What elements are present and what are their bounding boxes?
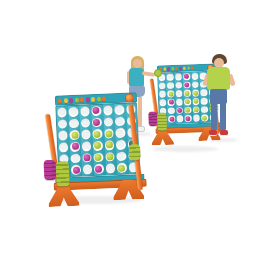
hole-rim	[191, 73, 198, 80]
board-cell	[91, 116, 103, 128]
hole-rim	[116, 140, 126, 150]
board-cell	[102, 116, 114, 128]
hole-rim	[184, 90, 191, 97]
decor-letter-icon	[187, 66, 190, 70]
board-cell	[183, 97, 192, 106]
hole-rim	[104, 129, 114, 139]
magenta-ring-stack	[44, 160, 57, 181]
hole-rim	[168, 99, 175, 106]
decor-letter-icon	[63, 98, 67, 103]
empty-hole	[60, 144, 67, 151]
empty-hole	[117, 141, 124, 148]
magenta-disc	[93, 119, 100, 126]
hole-rim	[193, 106, 200, 113]
boy-jeans	[210, 89, 227, 104]
board-cell	[103, 127, 115, 139]
magenta-disc	[184, 74, 189, 79]
board-cell	[176, 114, 185, 123]
empty-hole	[82, 119, 89, 126]
board-cell	[69, 129, 81, 141]
hole-rim	[69, 107, 79, 117]
hole-rim	[168, 116, 175, 123]
hole-rim	[92, 117, 102, 127]
hole-rim	[185, 115, 192, 122]
hole-rim	[70, 142, 80, 152]
empty-hole	[117, 129, 124, 136]
hole-rim	[115, 116, 125, 126]
hole-rim	[167, 74, 174, 81]
empty-hole	[177, 116, 182, 121]
decor-letter-icon	[191, 66, 194, 70]
board-cell	[79, 105, 91, 117]
decor-letter-icon	[80, 97, 84, 102]
green-disc	[105, 130, 112, 137]
green-disc	[193, 99, 198, 104]
board-cell	[104, 151, 116, 163]
green-disc	[194, 107, 199, 112]
board-cell	[166, 73, 175, 82]
hole-rim	[58, 119, 68, 129]
empty-hole	[176, 74, 181, 79]
board-cell	[167, 106, 176, 115]
hole-rim	[105, 164, 115, 174]
decor-letter-icon	[175, 67, 178, 71]
board-cell	[58, 141, 70, 153]
boy-shirt	[207, 67, 230, 90]
board-cell	[175, 98, 184, 107]
magenta-disc	[93, 107, 100, 114]
hole-rim	[192, 81, 199, 88]
empty-hole	[81, 108, 88, 115]
girl-head	[133, 59, 142, 68]
hole-rim	[103, 105, 113, 115]
board-cell	[57, 118, 69, 130]
board-cell	[191, 89, 200, 98]
hole-rim	[69, 118, 79, 128]
boy-shoe	[220, 130, 228, 136]
board-cell	[80, 117, 92, 129]
green-disc	[95, 154, 102, 161]
green-disc	[193, 90, 198, 95]
hole-rim	[168, 107, 175, 114]
board-cell	[103, 139, 115, 151]
decor-letter-icon	[102, 96, 106, 101]
green-disc	[185, 107, 190, 112]
empty-hole	[168, 75, 173, 80]
magenta-disc	[169, 116, 174, 121]
board-cell	[184, 106, 193, 115]
header-knob-icon	[125, 93, 134, 102]
green-disc	[185, 91, 190, 96]
magenta-disc	[71, 143, 78, 150]
empty-hole	[176, 83, 181, 88]
board-cell	[81, 152, 93, 164]
boy-shoe	[209, 130, 217, 136]
hole-rim	[114, 105, 124, 115]
green-disc	[118, 164, 125, 171]
board-cell	[175, 81, 184, 90]
empty-hole	[72, 155, 79, 162]
empty-hole	[169, 108, 174, 113]
board-cell	[192, 114, 201, 123]
board-cell	[68, 117, 80, 129]
hole-rim	[176, 115, 183, 122]
magenta-disc	[169, 100, 174, 105]
hole-rim	[58, 131, 68, 141]
hole-rim	[175, 82, 182, 89]
board-cell	[167, 98, 176, 107]
board-cell	[93, 151, 105, 163]
decor-letter-icon	[85, 97, 89, 102]
hole-rim	[81, 130, 91, 140]
hole-rim	[83, 165, 93, 175]
header-letters-decor	[58, 96, 106, 103]
hole-rim	[176, 90, 183, 97]
hole-rim	[116, 151, 126, 161]
green-disc	[185, 99, 190, 104]
empty-hole	[70, 108, 77, 115]
board-cell	[102, 104, 114, 116]
green-disc	[71, 131, 78, 138]
empty-hole	[177, 91, 182, 96]
hole-rim	[192, 98, 199, 105]
decor-letter-icon	[58, 98, 62, 103]
board-cell	[70, 164, 82, 176]
board-cell	[92, 140, 104, 152]
empty-hole	[83, 143, 90, 150]
empty-hole	[59, 109, 66, 116]
board-cell	[191, 72, 200, 81]
background-board-shadow	[152, 146, 218, 152]
board-cell	[115, 150, 127, 162]
board-cell	[175, 89, 184, 98]
empty-hole	[70, 120, 77, 127]
decor-letter-icon	[69, 97, 73, 102]
empty-hole	[116, 118, 123, 125]
magenta-disc	[95, 165, 102, 172]
empty-hole	[193, 82, 198, 87]
green-disc	[94, 130, 101, 137]
board-cell	[116, 162, 128, 174]
green-disc	[106, 153, 113, 160]
hole-rim	[183, 73, 190, 80]
board-cell	[166, 81, 175, 90]
hole-rim	[59, 142, 69, 152]
hole-rim	[176, 98, 183, 105]
board-cell	[57, 129, 69, 141]
empty-hole	[84, 166, 91, 173]
hole-rim	[71, 165, 81, 175]
board-cell	[114, 115, 126, 127]
board-cell	[113, 104, 125, 116]
board-cell	[191, 80, 200, 89]
empty-hole	[107, 165, 114, 172]
board-cell	[82, 163, 94, 175]
hole-rim	[184, 98, 191, 105]
decor-letter-icon	[91, 96, 95, 101]
board-cell	[70, 152, 82, 164]
hole-rim	[192, 89, 199, 96]
green-disc	[168, 91, 173, 96]
hole-rim	[104, 140, 114, 150]
boy-figure	[203, 54, 249, 142]
hole-rim	[91, 106, 101, 116]
board-cell	[168, 115, 177, 124]
hole-rim	[184, 107, 191, 114]
board-cell	[115, 139, 127, 151]
hole-rim	[94, 164, 104, 174]
decor-letter-icon	[96, 96, 100, 101]
empty-hole	[116, 106, 123, 113]
boy-leg	[220, 103, 226, 130]
board-cell	[192, 97, 201, 106]
empty-hole	[82, 131, 89, 138]
boy-leg	[211, 103, 217, 130]
board-cell	[104, 162, 116, 174]
hole-rim	[115, 128, 125, 138]
decor-letter-icon	[179, 66, 182, 70]
hole-rim	[57, 107, 67, 117]
board-cell	[90, 105, 102, 117]
empty-hole	[104, 107, 111, 114]
connect-four-board-foreground	[42, 84, 147, 208]
green-ring-stack	[56, 161, 70, 187]
empty-hole	[118, 153, 125, 160]
board-cell	[93, 163, 105, 175]
board-cell	[114, 127, 126, 139]
empty-hole	[168, 83, 173, 88]
board-cell	[182, 72, 191, 81]
magenta-disc	[184, 82, 189, 87]
board-cell	[175, 106, 184, 115]
board-cell	[80, 128, 92, 140]
green-ring-stack-right	[129, 144, 141, 160]
hole-rim	[117, 163, 127, 173]
hole-rim	[81, 118, 91, 128]
hole-rim	[80, 106, 90, 116]
magenta-disc	[186, 116, 191, 121]
magenta-disc	[83, 154, 90, 161]
hole-rim	[71, 153, 81, 163]
empty-hole	[194, 116, 199, 121]
hole-rim	[82, 141, 92, 151]
board-cell	[174, 72, 183, 81]
board-cell	[81, 140, 93, 152]
hole-rim	[175, 73, 182, 80]
hole-rim	[193, 115, 200, 122]
board-cell	[167, 90, 176, 99]
hole-rim	[176, 107, 183, 114]
board-cell	[56, 106, 68, 118]
board-cell	[183, 89, 192, 98]
hole-rim	[167, 82, 174, 89]
hole-rim	[184, 81, 191, 88]
hole-rim	[82, 153, 92, 163]
decor-letter-icon	[167, 67, 170, 71]
green-disc	[106, 142, 113, 149]
board-cell	[69, 141, 81, 153]
decor-letter-icon	[171, 67, 174, 71]
board-cell	[192, 105, 201, 114]
hole-rim	[93, 129, 103, 139]
board-cell	[183, 81, 192, 90]
empty-hole	[177, 99, 182, 104]
hole-rim	[105, 152, 115, 162]
hole-rim	[94, 152, 104, 162]
green-disc	[94, 142, 101, 149]
board-cell	[184, 114, 193, 123]
decor-letter-icon	[74, 97, 78, 102]
empty-hole	[105, 118, 112, 125]
product-photo	[0, 0, 260, 260]
held-green-disc	[154, 69, 162, 77]
hole-rim	[167, 90, 174, 97]
empty-hole	[59, 120, 66, 127]
hole-rim	[70, 130, 80, 140]
hole-rim	[93, 141, 103, 151]
magenta-disc	[73, 166, 80, 173]
board-cell	[68, 106, 80, 118]
empty-hole	[60, 132, 67, 139]
magenta-disc	[177, 108, 182, 113]
board-cell	[92, 128, 104, 140]
empty-hole	[192, 74, 197, 79]
decor-letter-icon	[183, 66, 186, 70]
hole-rim	[103, 117, 113, 127]
